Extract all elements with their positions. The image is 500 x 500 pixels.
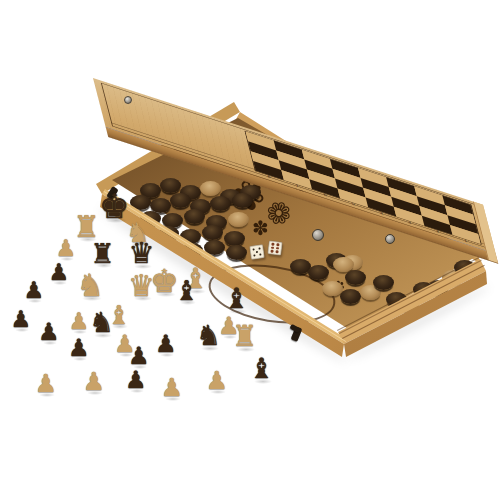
pyrography-ornament: ✽ [252, 218, 269, 238]
chess-piece-light-pawn: ♟ [56, 237, 77, 260]
die-pip [272, 243, 275, 246]
die-pip [252, 248, 255, 251]
draughts-piece [200, 181, 221, 196]
chess-piece-dark-king: ♚ [99, 189, 129, 223]
draughts-piece [204, 240, 225, 255]
board-lid: 876543211234 [93, 78, 498, 263]
clasp-catch-plate [312, 229, 324, 241]
die-pip [271, 250, 274, 253]
hinge-screw [124, 96, 132, 104]
chess-piece-dark-bishop: ♝ [175, 277, 199, 304]
chess-piece-dark-pawn: ♟ [49, 261, 70, 284]
die [249, 244, 265, 260]
chess-piece-light-pawn: ♟ [69, 310, 90, 333]
die-pip [276, 250, 279, 253]
die-pip [253, 254, 256, 257]
draughts-piece [130, 195, 151, 210]
chess-piece-light-rook: ♜ [73, 212, 100, 242]
chess-piece-light-rook: ♜ [232, 322, 258, 351]
die-pip [259, 253, 262, 256]
draughts-piece [322, 281, 343, 296]
chess-piece-dark-pawn: ♟ [128, 344, 150, 368]
chess-piece-light-pawn: ♟ [206, 368, 228, 393]
product-photo-folding-chess-checkers-box: ✾❁✽❧✽ 876543211234 ♚♜♞♟♜♛♟♝♚♞♛♟♝♝♝♟♟♞♟♟♞… [0, 0, 500, 500]
clasp-catch-plate [385, 234, 395, 244]
chess-piece-dark-pawn: ♟ [125, 368, 147, 392]
die-pip [256, 251, 259, 254]
chess-piece-dark-rook: ♜ [91, 240, 115, 267]
chess-piece-light-pawn: ♟ [35, 371, 57, 396]
chess-piece-light-pawn: ♟ [161, 375, 183, 400]
die-pip [271, 246, 274, 249]
draughts-piece [170, 193, 191, 208]
draughts-piece [345, 270, 366, 285]
chess-piece-light-pawn: ♟ [83, 369, 105, 394]
draughts-piece [228, 212, 249, 227]
chess-piece-dark-knight: ♞ [89, 309, 114, 337]
chess-piece-dark-bishop: ♝ [249, 355, 274, 383]
chess-piece-dark-pawn: ♟ [68, 336, 90, 360]
chess-piece-dark-pawn: ♟ [38, 320, 60, 344]
chess-piece-light-knight: ♞ [77, 270, 105, 301]
chess-piece-light-queen: ♛ [128, 271, 155, 301]
die-pip [276, 243, 279, 246]
draughts-piece [210, 196, 231, 211]
chess-piece-dark-pawn: ♟ [155, 332, 177, 356]
draughts-piece [333, 257, 354, 272]
chess-piece-dark-bishop: ♝ [224, 285, 249, 313]
chess-piece-dark-knight: ♞ [196, 322, 221, 350]
draughts-piece [373, 275, 394, 290]
draughts-piece [162, 213, 183, 228]
die [267, 240, 283, 256]
die-pip [258, 247, 261, 250]
draughts-piece [232, 193, 253, 208]
draughts-piece [184, 209, 205, 224]
draughts-piece [224, 231, 245, 246]
draughts-piece [340, 289, 361, 304]
draughts-piece [226, 245, 247, 260]
draughts-piece [160, 178, 181, 193]
chess-piece-dark-pawn: ♟ [11, 308, 32, 331]
chess-piece-dark-pawn: ♟ [24, 279, 45, 302]
draughts-piece [308, 265, 329, 280]
draughts-piece [202, 225, 223, 240]
